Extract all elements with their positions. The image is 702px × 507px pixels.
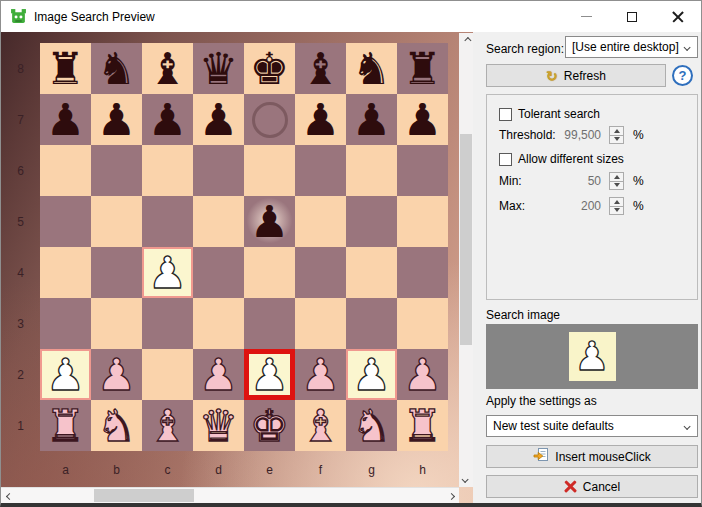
spin-up-icon: [614, 200, 620, 204]
square-a5: [40, 196, 91, 247]
chevron-up-icon: [464, 37, 471, 44]
min-spin-up[interactable]: [610, 173, 623, 182]
piece-black-pawn: ♟: [352, 94, 391, 145]
square-d1: ♛: [193, 400, 244, 451]
search-region-label: Search region:: [486, 42, 564, 56]
screenshot-preview-pane[interactable]: 87654321 ♜♞♝♛♚♝♞♜♟♟♟♟♟♟♟♟♟♟♟♟♟♟♟♟♜♞♝♛♚♝♞…: [1, 32, 473, 504]
square-d2: ♟: [193, 349, 244, 400]
piece-black-pawn: ♟: [46, 94, 85, 145]
piece-black-rook: ♜: [46, 43, 85, 94]
chevron-down-icon: [461, 476, 468, 483]
square-h3: [397, 298, 448, 349]
white-pawn-search-image: ♟: [574, 332, 610, 381]
horizontal-scroll-thumb[interactable]: [94, 489, 194, 502]
square-d8: ♛: [193, 43, 244, 94]
square-f1: ♝: [295, 400, 346, 451]
rank-label-6: 6: [1, 145, 40, 196]
min-spin-down[interactable]: [610, 182, 623, 190]
square-g3: [346, 298, 397, 349]
square-c7: ♟: [142, 94, 193, 145]
min-percent: %: [633, 174, 644, 188]
search-region-dropdown[interactable]: [Use entire desktop]: [565, 36, 698, 58]
vertical-scrollbar[interactable]: [459, 33, 473, 487]
square-f5: [295, 196, 346, 247]
square-b6: [91, 145, 142, 196]
refresh-icon: ↻: [546, 68, 558, 84]
threshold-spinner[interactable]: [609, 126, 624, 144]
file-labels: abcdefgh: [40, 456, 448, 484]
title-bar: Image Search Preview: [1, 1, 701, 32]
square-e3: [244, 298, 295, 349]
square-d6: [193, 145, 244, 196]
square-c6: [142, 145, 193, 196]
piece-black-king: ♚: [250, 43, 289, 94]
chess-board: ♜♞♝♛♚♝♞♜♟♟♟♟♟♟♟♟♟♟♟♟♟♟♟♟♜♞♝♛♚♝♞♜: [40, 43, 448, 451]
square-d5: [193, 196, 244, 247]
piece-black-pawn: ♟: [97, 94, 136, 145]
insert-mouseclick-icon: [533, 447, 549, 466]
spin-down-icon: [614, 137, 620, 141]
square-e8: ♚: [244, 43, 295, 94]
piece-black-bishop: ♝: [301, 43, 340, 94]
threshold-percent: %: [633, 128, 644, 142]
square-b1: ♞: [91, 400, 142, 451]
square-c4[interactable]: ♟: [142, 247, 193, 298]
square-h5: [397, 196, 448, 247]
square-e1: ♚: [244, 400, 295, 451]
square-f8: ♝: [295, 43, 346, 94]
spin-up-icon: [614, 175, 620, 179]
rank-label-5: 5: [1, 196, 40, 247]
image-search-preview-window: Image Search Preview 87654321 ♜♞♝♛♚♝♞♜♟♟…: [0, 0, 702, 507]
square-e2[interactable]: ♟: [244, 349, 295, 400]
square-g7: ♟: [346, 94, 397, 145]
file-label-b: b: [91, 456, 142, 484]
piece-black-bishop: ♝: [148, 43, 187, 94]
threshold-value[interactable]: 99,500: [561, 128, 609, 142]
help-button[interactable]: ?: [672, 65, 693, 86]
piece-black-pawn: ♟: [199, 94, 238, 145]
piece-white-rook: ♜: [46, 400, 85, 451]
threshold-label: Threshold:: [499, 128, 561, 142]
min-spinner[interactable]: [609, 172, 624, 190]
file-label-f: f: [295, 456, 346, 484]
search-image-box: ♟: [486, 324, 698, 389]
rank-label-1: 1: [1, 400, 40, 451]
window-title: Image Search Preview: [34, 10, 155, 24]
piece-white-pawn: ♟: [46, 349, 85, 400]
cancel-label: Cancel: [583, 480, 620, 494]
square-d4: [193, 247, 244, 298]
square-h2: ♟: [397, 349, 448, 400]
file-label-g: g: [346, 456, 397, 484]
insert-mouseclick-label: Insert mouseClick: [555, 450, 650, 464]
piece-black-pawn: ♟: [403, 94, 442, 145]
piece-white-bishop: ♝: [301, 400, 340, 451]
square-c3: [142, 298, 193, 349]
piece-black-knight: ♞: [352, 43, 391, 94]
search-image-thumbnail: ♟: [569, 332, 616, 381]
square-h4: [397, 247, 448, 298]
rank-label-3: 3: [1, 298, 40, 349]
square-h7: ♟: [397, 94, 448, 145]
square-e5: ♟: [244, 196, 295, 247]
square-b2: ♟: [91, 349, 142, 400]
max-spin-up[interactable]: [610, 198, 623, 207]
square-f2: ♟: [295, 349, 346, 400]
controls-panel: Search region: [Use entire desktop] ↻ Re…: [473, 32, 702, 504]
min-label: Min:: [499, 174, 561, 188]
square-e4: [244, 247, 295, 298]
file-label-c: c: [142, 456, 193, 484]
square-e6: [244, 145, 295, 196]
max-spinner[interactable]: [609, 197, 624, 215]
square-g6: [346, 145, 397, 196]
square-a8: ♜: [40, 43, 91, 94]
threshold-spin-down[interactable]: [610, 136, 623, 144]
piece-black-knight: ♞: [97, 43, 136, 94]
square-a6: [40, 145, 91, 196]
square-c5: [142, 196, 193, 247]
refresh-label: Refresh: [564, 69, 606, 83]
max-percent: %: [633, 199, 644, 213]
square-f6: [295, 145, 346, 196]
piece-white-pawn: ♟: [97, 349, 136, 400]
search-image-label: Search image: [486, 308, 560, 322]
piece-white-pawn: ♟: [403, 349, 442, 400]
square-a2[interactable]: ♟: [40, 349, 91, 400]
tolerant-search-checkbox[interactable]: [499, 108, 512, 121]
square-b3: [91, 298, 142, 349]
close-button[interactable]: [655, 1, 701, 32]
piece-white-knight: ♞: [352, 400, 391, 451]
refresh-button[interactable]: ↻ Refresh: [486, 64, 666, 87]
piece-white-queen: ♛: [199, 400, 238, 451]
piece-white-knight: ♞: [97, 400, 136, 451]
square-f4: [295, 247, 346, 298]
square-b8: ♞: [91, 43, 142, 94]
scroll-up-button[interactable]: [459, 33, 473, 48]
minimize-icon: [581, 16, 592, 17]
cancel-x-icon: [564, 480, 577, 493]
move-origin-ring: [252, 102, 288, 138]
cancel-button[interactable]: Cancel: [486, 475, 698, 498]
apply-settings-value: New test suite defaults: [493, 419, 614, 433]
square-f3: [295, 298, 346, 349]
help-icon: ?: [679, 68, 687, 83]
rank-labels: 87654321: [1, 43, 40, 451]
search-region-value: [Use entire desktop]: [572, 40, 679, 54]
chevron-down-icon: [684, 423, 691, 430]
square-a1: ♜: [40, 400, 91, 451]
square-b4: [91, 247, 142, 298]
piece-black-pawn: ♟: [301, 94, 340, 145]
scroll-right-button[interactable]: [443, 488, 459, 504]
chevron-left-icon: [5, 492, 12, 499]
square-d7: ♟: [193, 94, 244, 145]
maximize-button[interactable]: [609, 1, 655, 32]
square-f7: ♟: [295, 94, 346, 145]
square-g4: [346, 247, 397, 298]
vertical-scroll-thumb[interactable]: [460, 134, 472, 345]
rank-label-2: 2: [1, 349, 40, 400]
square-g1: ♞: [346, 400, 397, 451]
file-label-d: d: [193, 456, 244, 484]
app-robot-icon: [10, 8, 27, 25]
scroll-down-button[interactable]: [459, 472, 473, 487]
file-label-a: a: [40, 456, 91, 484]
square-g5: [346, 196, 397, 247]
allow-different-sizes-checkbox[interactable]: [499, 153, 512, 166]
minimize-button[interactable]: [563, 1, 609, 32]
square-a3: [40, 298, 91, 349]
piece-black-pawn: ♟: [250, 196, 289, 247]
horizontal-scrollbar[interactable]: [1, 487, 459, 503]
square-g2[interactable]: ♟: [346, 349, 397, 400]
square-d3: [193, 298, 244, 349]
piece-black-rook: ♜: [403, 43, 442, 94]
max-label: Max:: [499, 199, 561, 213]
square-c1: ♝: [142, 400, 193, 451]
close-icon: [672, 11, 684, 23]
square-e7: [244, 94, 295, 145]
file-label-e: e: [244, 456, 295, 484]
insert-mouseclick-button[interactable]: Insert mouseClick: [486, 445, 698, 468]
chevron-right-icon: [447, 492, 454, 499]
spin-down-icon: [614, 183, 620, 187]
maximize-icon: [627, 12, 637, 22]
square-b7: ♟: [91, 94, 142, 145]
max-value[interactable]: 200: [561, 199, 609, 213]
piece-white-pawn: ♟: [250, 349, 289, 400]
max-spin-down[interactable]: [610, 207, 623, 215]
tolerant-search-label: Tolerant search: [518, 107, 600, 121]
search-settings-group: Tolerant search Threshold: 99,500 % Allo…: [486, 94, 698, 300]
square-h8: ♜: [397, 43, 448, 94]
apply-settings-label: Apply the settings as: [486, 394, 597, 408]
allow-different-sizes-label: Allow different sizes: [518, 152, 624, 166]
piece-white-pawn: ♟: [352, 349, 391, 400]
chevron-down-icon: [684, 44, 691, 51]
file-label-h: h: [397, 456, 448, 484]
scroll-left-button[interactable]: [1, 488, 17, 504]
rank-label-4: 4: [1, 247, 40, 298]
spin-down-icon: [614, 208, 620, 212]
piece-black-pawn: ♟: [148, 94, 187, 145]
piece-white-pawn: ♟: [301, 349, 340, 400]
min-value[interactable]: 50: [561, 174, 609, 188]
piece-white-rook: ♜: [403, 400, 442, 451]
piece-white-pawn: ♟: [148, 247, 187, 298]
square-c2: [142, 349, 193, 400]
piece-white-pawn: ♟: [199, 349, 238, 400]
apply-settings-dropdown[interactable]: New test suite defaults: [486, 415, 698, 437]
rank-label-8: 8: [1, 43, 40, 94]
square-g8: ♞: [346, 43, 397, 94]
square-b5: [91, 196, 142, 247]
square-c8: ♝: [142, 43, 193, 94]
square-h1: ♜: [397, 400, 448, 451]
piece-white-king: ♚: [250, 400, 289, 451]
square-h6: [397, 145, 448, 196]
spin-up-icon: [614, 129, 620, 133]
square-a7: ♟: [40, 94, 91, 145]
rank-label-7: 7: [1, 94, 40, 145]
threshold-spin-up[interactable]: [610, 127, 623, 136]
piece-white-bishop: ♝: [148, 400, 187, 451]
piece-black-queen: ♛: [199, 43, 238, 94]
square-a4: [40, 247, 91, 298]
